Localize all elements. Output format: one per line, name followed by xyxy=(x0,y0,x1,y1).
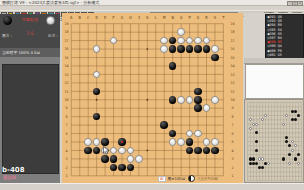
stone-white xyxy=(203,138,211,146)
winrate-graph-area xyxy=(2,64,59,174)
judge-chip[interactable]: 判 xyxy=(158,176,166,182)
stone-white xyxy=(177,28,185,36)
coord-number: 9 xyxy=(64,106,70,110)
coord-letter: N xyxy=(171,15,175,20)
move-table-area xyxy=(245,64,304,99)
coord-letter: S xyxy=(213,15,217,20)
coord-number: 8 xyxy=(64,115,70,119)
coord-letter: T xyxy=(221,15,225,20)
watermark-text: b-408 xyxy=(2,166,25,174)
move-list[interactable]: ●392 Q6○393 Q9●394 R9○395 S4●396 S5○397 … xyxy=(265,14,304,59)
coord-number: 16 xyxy=(230,47,236,51)
stone-black xyxy=(169,96,177,104)
coord-number: 7 xyxy=(64,123,70,127)
stone-white xyxy=(211,138,219,146)
coord-number: 10 xyxy=(230,98,236,102)
coord-number: 1 xyxy=(64,174,70,178)
coord-letter: J xyxy=(137,15,141,20)
coord-letter: F xyxy=(112,15,116,20)
stone-black xyxy=(186,138,194,146)
coord-number: 17 xyxy=(64,39,70,43)
coord-number: 5 xyxy=(64,140,70,144)
stone-black xyxy=(194,88,202,96)
stone-black xyxy=(211,147,219,155)
mini-stone-black xyxy=(282,157,285,160)
coord-letter: B xyxy=(78,15,82,20)
coord-number: 6 xyxy=(64,132,70,136)
mini-board-preview[interactable] xyxy=(244,99,304,183)
mini-stone-white xyxy=(297,162,300,165)
coord-number: 7 xyxy=(230,123,236,127)
white-player-label: 白方 : xyxy=(48,33,58,38)
stone-black xyxy=(194,147,202,155)
coord-number: 3 xyxy=(230,157,236,161)
coord-letter: D xyxy=(95,15,99,20)
stone-black xyxy=(84,147,92,155)
yinyang-toggle-icon[interactable] xyxy=(188,175,196,183)
coord-letter: H xyxy=(128,15,132,20)
coord-letter: P xyxy=(188,15,192,20)
stone-white xyxy=(194,130,202,138)
stone-black xyxy=(101,138,109,146)
coord-letter: R xyxy=(205,15,209,20)
coord-number: 3 xyxy=(64,157,70,161)
coord-number: 2 xyxy=(64,166,70,170)
stone-white xyxy=(177,96,185,104)
mini-stone-white xyxy=(261,157,264,160)
coord-number: 15 xyxy=(64,56,70,60)
stone-black xyxy=(194,104,202,112)
stone-black xyxy=(177,45,185,53)
coord-number: 19 xyxy=(230,22,236,26)
coord-letter: E xyxy=(103,15,107,20)
coord-letter: A xyxy=(69,15,73,20)
mini-stone-white xyxy=(282,123,285,126)
move-list-row[interactable]: ○401 G5 xyxy=(266,53,303,57)
stone-white xyxy=(211,45,219,53)
stone-black xyxy=(110,155,118,163)
coord-letter: M xyxy=(162,15,166,20)
stone-black xyxy=(118,164,126,172)
mini-stone-white xyxy=(255,123,258,126)
mini-stone-black xyxy=(255,162,258,165)
coord-letter: Q xyxy=(196,15,200,20)
stone-white xyxy=(160,45,168,53)
stone-black xyxy=(203,45,211,53)
coord-letter: G xyxy=(120,15,124,20)
coord-number: 14 xyxy=(64,64,70,68)
black-player-label: 黑方 : xyxy=(2,33,12,38)
coord-number: 15 xyxy=(230,56,236,60)
stone-black xyxy=(160,121,168,129)
coord-number: 9 xyxy=(230,106,236,110)
coord-number: 18 xyxy=(230,30,236,34)
coord-number: 12 xyxy=(64,81,70,85)
stone-white xyxy=(186,96,194,104)
coord-number: 12 xyxy=(230,81,236,85)
coord-letter: C xyxy=(86,15,90,20)
stone-white xyxy=(118,147,126,155)
stone-black xyxy=(211,54,219,62)
coord-number: 10 xyxy=(64,98,70,102)
mini-stone-black xyxy=(252,157,255,160)
coord-number: 11 xyxy=(230,90,236,94)
coord-number: 6 xyxy=(230,132,236,136)
coord-number: 8 xyxy=(230,115,236,119)
coord-number: 13 xyxy=(230,73,236,77)
coord-number: 5 xyxy=(230,140,236,144)
mini-stone-black xyxy=(285,136,288,139)
left-info-panel: 中盘阶段 7.5 黑方 : 白方 : 当前胜率 100% 4.5目 b-408 … xyxy=(0,14,60,183)
coord-number: 1 xyxy=(230,174,236,178)
stone-white xyxy=(211,96,219,104)
estimate-strip: 判 黑±100目 点击形势判断 xyxy=(158,176,218,182)
window-title: 围棋打谱 V9 - <2023大赛决赛第3局.sgf> - 分析模式 xyxy=(2,0,99,5)
mini-stone-white xyxy=(288,162,291,165)
coord-number: 4 xyxy=(64,149,70,153)
coord-letter: O xyxy=(179,15,183,20)
mini-stone-white xyxy=(291,149,294,152)
score-estimate-label: 黑±100目 xyxy=(168,176,186,181)
coord-letter: L xyxy=(154,15,158,20)
stone-white xyxy=(84,138,92,146)
coord-number: 14 xyxy=(230,64,236,68)
coord-number: 16 xyxy=(64,47,70,51)
coord-number: 11 xyxy=(64,90,70,94)
app-window: 围棋打谱 V9 - <2023大赛决赛第3局.sgf> - 分析模式 ─ □ ×… xyxy=(0,0,304,190)
status-bar: 就绪第401手(G,5)黑 30子白 29子贴目 7.5中国规则用时 00:42… xyxy=(0,183,304,190)
player-info-box: 中盘阶段 7.5 黑方 : 白方 : xyxy=(0,14,60,48)
mini-stone-black xyxy=(255,149,258,152)
winrate-text: 当前胜率 100% 4.5目 xyxy=(0,48,60,57)
stone-black xyxy=(101,155,109,163)
mini-stone-black xyxy=(294,157,297,160)
coord-number: 2 xyxy=(230,166,236,170)
stone-black xyxy=(194,96,202,104)
right-panel: ●392 Q6○393 Q9●394 R9○395 S4●396 S5○397 … xyxy=(244,13,304,183)
stone-black xyxy=(194,45,202,53)
coord-number: 18 xyxy=(64,30,70,34)
watermark-subtext: 粉丝群 xyxy=(3,175,17,180)
mini-stone-black xyxy=(294,110,297,113)
stone-white xyxy=(101,147,109,155)
stone-white xyxy=(177,138,185,146)
coord-number: 19 xyxy=(64,22,70,26)
coord-letter: K xyxy=(145,15,149,20)
mini-stone-white xyxy=(267,162,270,165)
coord-number: 13 xyxy=(64,73,70,77)
main-go-board[interactable]: 判 黑±100目 点击形势判断 A1919B1818C1717D1616E151… xyxy=(62,13,243,183)
estimate-hint: 点击形势判断 xyxy=(197,177,218,181)
stone-white xyxy=(135,155,143,163)
coord-number: 17 xyxy=(230,39,236,43)
stone-white xyxy=(127,155,135,163)
game-stage-label: 中盘阶段 xyxy=(0,17,60,22)
coord-number: 4 xyxy=(230,149,236,153)
